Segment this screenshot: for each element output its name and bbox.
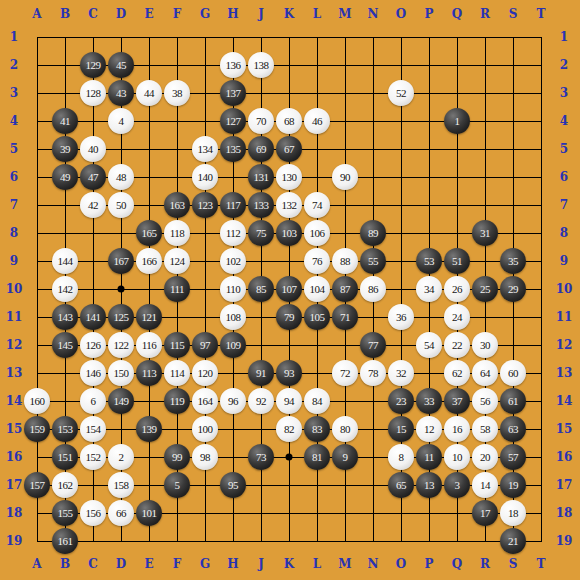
- stone-white-26-Q10[interactable]: 26: [444, 276, 470, 302]
- stone-black-93-K13[interactable]: 93: [276, 360, 302, 386]
- column-label-bottom-T: T: [537, 557, 546, 571]
- row-label-right-1: 1: [560, 30, 568, 44]
- stone-black-107-K10[interactable]: 107: [276, 276, 302, 302]
- row-label-right-9: 9: [560, 254, 568, 268]
- stone-black-111-F10[interactable]: 111: [164, 276, 190, 302]
- stone-black-135-H5[interactable]: 135: [220, 136, 246, 162]
- stone-black-143-B11[interactable]: 143: [52, 304, 78, 330]
- row-label-left-17: 17: [6, 478, 23, 492]
- stone-white-122-D12[interactable]: 122: [108, 332, 134, 358]
- stone-black-35-S9[interactable]: 35: [500, 248, 526, 274]
- column-label-bottom-D: D: [116, 557, 126, 571]
- stone-white-124-F9[interactable]: 124: [164, 248, 190, 274]
- stone-white-10-Q16[interactable]: 10: [444, 444, 470, 470]
- stone-white-154-C15[interactable]: 154: [80, 416, 106, 442]
- stone-black-67-K5[interactable]: 67: [276, 136, 302, 162]
- row-label-left-16: 16: [6, 450, 23, 464]
- stone-white-82-K15[interactable]: 82: [276, 416, 302, 442]
- stone-white-62-Q13[interactable]: 62: [444, 360, 470, 386]
- row-label-right-10: 10: [556, 282, 573, 296]
- stone-black-31-R8[interactable]: 31: [472, 220, 498, 246]
- stone-black-73-J16[interactable]: 73: [248, 444, 274, 470]
- column-label-top-M: M: [338, 7, 351, 21]
- stone-white-6-C14[interactable]: 6: [80, 388, 106, 414]
- stone-white-86-N10[interactable]: 86: [360, 276, 386, 302]
- stone-black-141-C11[interactable]: 141: [80, 304, 106, 330]
- stone-white-52-O3[interactable]: 52: [388, 80, 414, 106]
- row-label-left-19: 19: [6, 534, 23, 548]
- stone-black-91-J13[interactable]: 91: [248, 360, 274, 386]
- stone-black-101-E18[interactable]: 101: [136, 500, 162, 526]
- row-label-right-7: 7: [560, 198, 568, 212]
- stone-white-72-M13[interactable]: 72: [332, 360, 358, 386]
- stone-black-13-P17[interactable]: 13: [416, 472, 442, 498]
- stone-white-166-E9[interactable]: 166: [136, 248, 162, 274]
- stone-white-44-E3[interactable]: 44: [136, 80, 162, 106]
- stone-white-40-C5[interactable]: 40: [80, 136, 106, 162]
- row-label-right-14: 14: [556, 394, 573, 408]
- stone-white-134-G5[interactable]: 134: [192, 136, 218, 162]
- stone-black-83-L15[interactable]: 83: [304, 416, 330, 442]
- stone-white-160-A14[interactable]: 160: [24, 388, 50, 414]
- row-label-right-6: 6: [560, 170, 568, 184]
- stone-black-123-G7[interactable]: 123: [192, 192, 218, 218]
- column-label-top-Q: Q: [452, 7, 462, 21]
- column-label-bottom-B: B: [60, 557, 70, 571]
- column-label-bottom-J: J: [258, 557, 264, 571]
- column-label-bottom-L: L: [313, 557, 321, 571]
- stone-black-133-J7[interactable]: 133: [248, 192, 274, 218]
- stone-white-132-K7[interactable]: 132: [276, 192, 302, 218]
- stone-black-49-B6[interactable]: 49: [52, 164, 78, 190]
- column-label-top-D: D: [116, 7, 126, 21]
- column-label-bottom-O: O: [396, 557, 406, 571]
- stone-white-66-D18[interactable]: 66: [108, 500, 134, 526]
- stone-black-17-R18[interactable]: 17: [472, 500, 498, 526]
- stone-white-68-K4[interactable]: 68: [276, 108, 302, 134]
- column-label-top-C: C: [88, 7, 98, 21]
- column-label-top-T: T: [537, 7, 546, 21]
- stone-white-30-R12[interactable]: 30: [472, 332, 498, 358]
- stone-black-61-S14[interactable]: 61: [500, 388, 526, 414]
- stone-white-146-C13[interactable]: 146: [80, 360, 106, 386]
- stone-white-4-D4[interactable]: 4: [108, 108, 134, 134]
- stone-black-125-D11[interactable]: 125: [108, 304, 134, 330]
- stone-black-119-F14[interactable]: 119: [164, 388, 190, 414]
- stone-black-115-F12[interactable]: 115: [164, 332, 190, 358]
- stone-white-46-L4[interactable]: 46: [304, 108, 330, 134]
- stone-black-53-P9[interactable]: 53: [416, 248, 442, 274]
- column-label-bottom-R: R: [480, 557, 490, 571]
- column-label-bottom-Q: Q: [452, 557, 462, 571]
- column-label-bottom-P: P: [424, 557, 433, 571]
- row-label-left-14: 14: [6, 394, 23, 408]
- stone-white-110-H10[interactable]: 110: [220, 276, 246, 302]
- stone-white-156-C18[interactable]: 156: [80, 500, 106, 526]
- stone-white-24-Q11[interactable]: 24: [444, 304, 470, 330]
- row-label-left-6: 6: [10, 170, 18, 184]
- stone-white-112-H8[interactable]: 112: [220, 220, 246, 246]
- stone-black-65-O17[interactable]: 65: [388, 472, 414, 498]
- stone-black-1-Q4[interactable]: 1: [444, 108, 470, 134]
- stone-black-161-B19[interactable]: 161: [52, 528, 78, 554]
- row-label-right-8: 8: [560, 226, 568, 240]
- stone-black-137-H3[interactable]: 137: [220, 80, 246, 106]
- row-label-left-2: 2: [10, 58, 18, 72]
- stone-white-104-L10[interactable]: 104: [304, 276, 330, 302]
- stone-black-71-M11[interactable]: 71: [332, 304, 358, 330]
- stone-white-42-C7[interactable]: 42: [80, 192, 106, 218]
- stone-white-16-Q15[interactable]: 16: [444, 416, 470, 442]
- stone-black-121-E11[interactable]: 121: [136, 304, 162, 330]
- go-board: AABBCCDDEEFFGGHHJJKKLLMMNNOOPPQQRRSSTT11…: [0, 0, 580, 580]
- stone-black-109-H12[interactable]: 109: [220, 332, 246, 358]
- row-label-left-7: 7: [10, 198, 18, 212]
- stone-black-57-S16[interactable]: 57: [500, 444, 526, 470]
- row-label-right-2: 2: [560, 58, 568, 72]
- stone-black-15-O15[interactable]: 15: [388, 416, 414, 442]
- stone-black-43-D3[interactable]: 43: [108, 80, 134, 106]
- stone-black-167-D9[interactable]: 167: [108, 248, 134, 274]
- stone-white-12-P15[interactable]: 12: [416, 416, 442, 442]
- column-label-bottom-S: S: [509, 557, 518, 571]
- row-label-right-16: 16: [556, 450, 573, 464]
- stone-black-129-C2[interactable]: 129: [80, 52, 106, 78]
- stone-white-36-O11[interactable]: 36: [388, 304, 414, 330]
- stone-white-92-J14[interactable]: 92: [248, 388, 274, 414]
- row-label-right-19: 19: [556, 534, 573, 548]
- row-label-left-13: 13: [6, 366, 23, 380]
- stone-black-69-J5[interactable]: 69: [248, 136, 274, 162]
- stone-white-108-H11[interactable]: 108: [220, 304, 246, 330]
- stone-white-78-N13[interactable]: 78: [360, 360, 386, 386]
- stone-black-113-E13[interactable]: 113: [136, 360, 162, 386]
- column-label-top-A: A: [32, 7, 41, 21]
- stone-white-98-G16[interactable]: 98: [192, 444, 218, 470]
- stone-black-45-D2[interactable]: 45: [108, 52, 134, 78]
- column-label-top-L: L: [313, 7, 321, 21]
- column-label-top-H: H: [227, 7, 238, 21]
- stone-white-120-G13[interactable]: 120: [192, 360, 218, 386]
- stone-white-76-L9[interactable]: 76: [304, 248, 330, 274]
- column-label-bottom-A: A: [32, 557, 41, 571]
- stone-white-136-H2[interactable]: 136: [220, 52, 246, 78]
- stone-white-48-D6[interactable]: 48: [108, 164, 134, 190]
- row-label-right-11: 11: [556, 310, 573, 324]
- stone-black-151-B16[interactable]: 151: [52, 444, 78, 470]
- row-label-right-17: 17: [556, 478, 573, 492]
- column-label-top-R: R: [480, 7, 490, 21]
- stone-black-63-S15[interactable]: 63: [500, 416, 526, 442]
- column-label-top-E: E: [144, 7, 153, 21]
- stone-black-77-N12[interactable]: 77: [360, 332, 386, 358]
- stone-white-138-J2[interactable]: 138: [248, 52, 274, 78]
- stone-black-95-H17[interactable]: 95: [220, 472, 246, 498]
- stone-black-11-P16[interactable]: 11: [416, 444, 442, 470]
- stone-white-56-R14[interactable]: 56: [472, 388, 498, 414]
- stone-black-41-B4[interactable]: 41: [52, 108, 78, 134]
- stone-white-18-S18[interactable]: 18: [500, 500, 526, 526]
- stone-white-102-H9[interactable]: 102: [220, 248, 246, 274]
- stone-white-50-D7[interactable]: 50: [108, 192, 134, 218]
- stone-white-114-F13[interactable]: 114: [164, 360, 190, 386]
- stone-white-88-M9[interactable]: 88: [332, 248, 358, 274]
- stone-black-5-F17[interactable]: 5: [164, 472, 190, 498]
- stone-black-89-N8[interactable]: 89: [360, 220, 386, 246]
- row-label-right-13: 13: [556, 366, 573, 380]
- stone-white-20-R16[interactable]: 20: [472, 444, 498, 470]
- stone-white-126-C12[interactable]: 126: [80, 332, 106, 358]
- stone-white-96-H14[interactable]: 96: [220, 388, 246, 414]
- stone-white-32-O13[interactable]: 32: [388, 360, 414, 386]
- stone-black-157-A17[interactable]: 157: [24, 472, 50, 498]
- star-point-K16: [286, 454, 293, 461]
- stone-black-105-L11[interactable]: 105: [304, 304, 330, 330]
- row-label-left-8: 8: [10, 226, 18, 240]
- column-label-bottom-H: H: [227, 557, 238, 571]
- stone-white-106-L8[interactable]: 106: [304, 220, 330, 246]
- row-label-right-5: 5: [560, 142, 568, 156]
- stone-black-99-F16[interactable]: 99: [164, 444, 190, 470]
- stone-black-155-B18[interactable]: 155: [52, 500, 78, 526]
- stone-white-90-M6[interactable]: 90: [332, 164, 358, 190]
- stone-white-94-K14[interactable]: 94: [276, 388, 302, 414]
- stone-white-158-D17[interactable]: 158: [108, 472, 134, 498]
- stone-white-34-P10[interactable]: 34: [416, 276, 442, 302]
- stone-white-64-R13[interactable]: 64: [472, 360, 498, 386]
- stone-black-9-M16[interactable]: 9: [332, 444, 358, 470]
- stone-white-60-S13[interactable]: 60: [500, 360, 526, 386]
- column-label-bottom-E: E: [144, 557, 153, 571]
- row-label-left-4: 4: [10, 114, 18, 128]
- stone-black-29-S10[interactable]: 29: [500, 276, 526, 302]
- column-label-top-K: K: [284, 7, 294, 21]
- column-label-bottom-C: C: [88, 557, 98, 571]
- stone-black-21-S19[interactable]: 21: [500, 528, 526, 554]
- stone-black-75-J8[interactable]: 75: [248, 220, 274, 246]
- stone-white-144-B9[interactable]: 144: [52, 248, 78, 274]
- column-label-top-N: N: [368, 7, 379, 21]
- stone-black-81-L16[interactable]: 81: [304, 444, 330, 470]
- column-label-top-P: P: [424, 7, 433, 21]
- row-label-left-3: 3: [10, 86, 18, 100]
- row-label-left-12: 12: [6, 338, 23, 352]
- stone-white-164-G14[interactable]: 164: [192, 388, 218, 414]
- stone-black-145-B12[interactable]: 145: [52, 332, 78, 358]
- row-label-left-5: 5: [10, 142, 18, 156]
- column-label-bottom-G: G: [200, 557, 210, 571]
- stone-black-87-M10[interactable]: 87: [332, 276, 358, 302]
- stone-white-22-Q12[interactable]: 22: [444, 332, 470, 358]
- stone-white-100-G15[interactable]: 100: [192, 416, 218, 442]
- stone-white-140-G6[interactable]: 140: [192, 164, 218, 190]
- row-label-right-12: 12: [556, 338, 573, 352]
- row-label-left-15: 15: [6, 422, 23, 436]
- column-label-top-F: F: [173, 7, 182, 21]
- column-label-bottom-N: N: [368, 557, 379, 571]
- star-point-D10: [118, 286, 125, 293]
- stone-white-38-F3[interactable]: 38: [164, 80, 190, 106]
- stone-white-74-L7[interactable]: 74: [304, 192, 330, 218]
- stone-black-153-B15[interactable]: 153: [52, 416, 78, 442]
- column-label-top-S: S: [509, 7, 518, 21]
- stone-black-47-C6[interactable]: 47: [80, 164, 106, 190]
- column-label-bottom-F: F: [173, 557, 182, 571]
- stone-white-58-R15[interactable]: 58: [472, 416, 498, 442]
- stone-white-70-J4[interactable]: 70: [248, 108, 274, 134]
- stone-black-79-K11[interactable]: 79: [276, 304, 302, 330]
- stone-white-54-P12[interactable]: 54: [416, 332, 442, 358]
- stone-black-51-Q9[interactable]: 51: [444, 248, 470, 274]
- stone-white-84-L14[interactable]: 84: [304, 388, 330, 414]
- stone-black-159-A15[interactable]: 159: [24, 416, 50, 442]
- row-label-left-11: 11: [6, 310, 23, 324]
- stone-white-116-E12[interactable]: 116: [136, 332, 162, 358]
- column-label-bottom-K: K: [284, 557, 294, 571]
- stone-black-127-H4[interactable]: 127: [220, 108, 246, 134]
- stone-black-149-D14[interactable]: 149: [108, 388, 134, 414]
- stone-white-152-C16[interactable]: 152: [80, 444, 106, 470]
- stone-black-103-K8[interactable]: 103: [276, 220, 302, 246]
- stone-black-3-Q17[interactable]: 3: [444, 472, 470, 498]
- stone-black-25-R10[interactable]: 25: [472, 276, 498, 302]
- row-label-left-9: 9: [10, 254, 18, 268]
- stone-black-55-N9[interactable]: 55: [360, 248, 386, 274]
- stone-white-142-B10[interactable]: 142: [52, 276, 78, 302]
- stone-black-19-S17[interactable]: 19: [500, 472, 526, 498]
- stone-white-150-D13[interactable]: 150: [108, 360, 134, 386]
- row-label-right-4: 4: [560, 114, 568, 128]
- stone-black-163-F7[interactable]: 163: [164, 192, 190, 218]
- stone-white-2-D16[interactable]: 2: [108, 444, 134, 470]
- row-label-right-15: 15: [556, 422, 573, 436]
- column-label-top-O: O: [396, 7, 406, 21]
- stone-black-85-J10[interactable]: 85: [248, 276, 274, 302]
- stone-black-37-Q14[interactable]: 37: [444, 388, 470, 414]
- column-label-top-B: B: [60, 7, 70, 21]
- row-label-right-18: 18: [556, 506, 573, 520]
- stone-black-39-B5[interactable]: 39: [52, 136, 78, 162]
- stone-white-128-C3[interactable]: 128: [80, 80, 106, 106]
- stone-black-139-E15[interactable]: 139: [136, 416, 162, 442]
- stone-white-130-K6[interactable]: 130: [276, 164, 302, 190]
- stone-black-131-J6[interactable]: 131: [248, 164, 274, 190]
- stone-black-165-E8[interactable]: 165: [136, 220, 162, 246]
- column-label-top-G: G: [200, 7, 210, 21]
- column-label-top-J: J: [258, 7, 264, 21]
- column-label-bottom-M: M: [338, 557, 351, 571]
- row-label-left-18: 18: [6, 506, 23, 520]
- row-label-left-1: 1: [10, 30, 18, 44]
- stone-white-162-B17[interactable]: 162: [52, 472, 78, 498]
- stone-black-23-O14[interactable]: 23: [388, 388, 414, 414]
- stone-white-14-R17[interactable]: 14: [472, 472, 498, 498]
- stone-black-33-P14[interactable]: 33: [416, 388, 442, 414]
- stone-white-118-F8[interactable]: 118: [164, 220, 190, 246]
- stone-white-80-M15[interactable]: 80: [332, 416, 358, 442]
- row-label-left-10: 10: [6, 282, 23, 296]
- stone-black-97-G12[interactable]: 97: [192, 332, 218, 358]
- stone-white-8-O16[interactable]: 8: [388, 444, 414, 470]
- stone-black-117-H7[interactable]: 117: [220, 192, 246, 218]
- row-label-right-3: 3: [560, 86, 568, 100]
